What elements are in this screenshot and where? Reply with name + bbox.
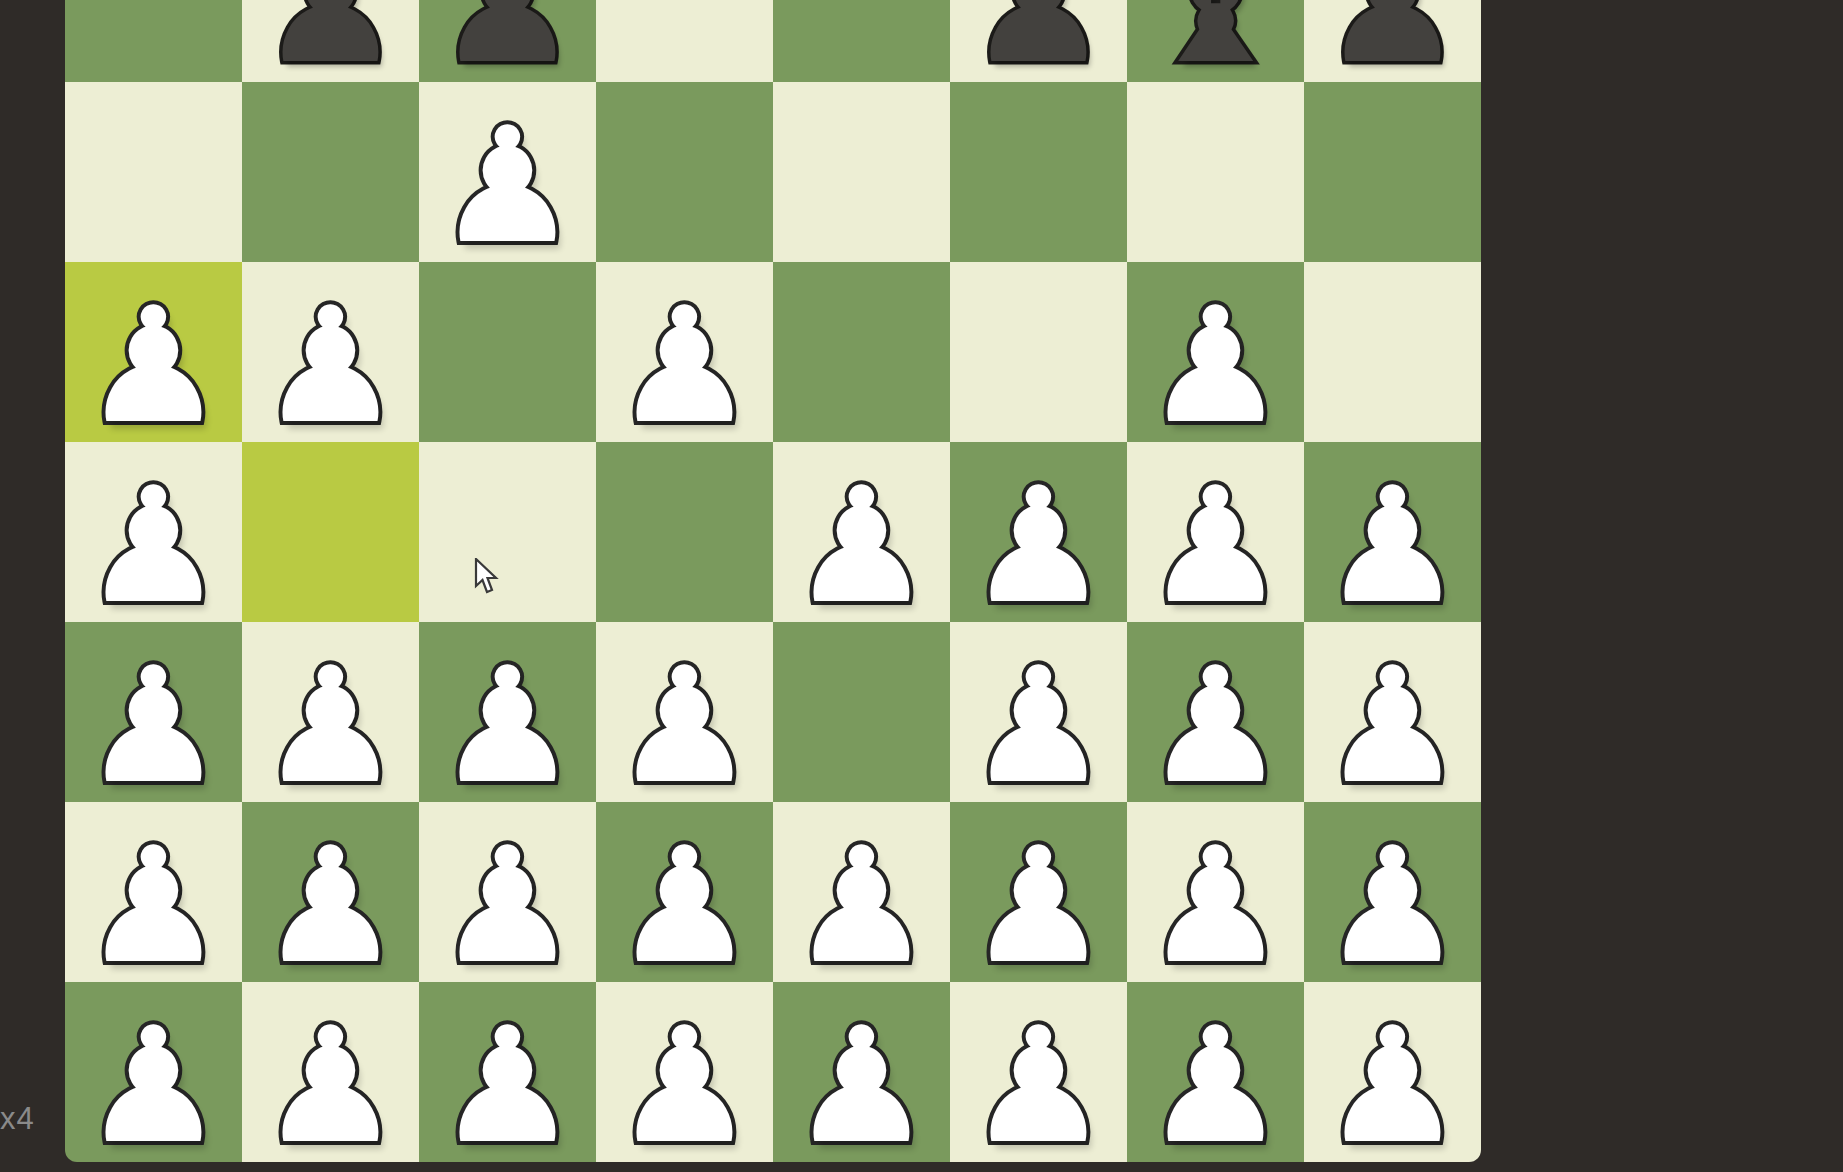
square-b4[interactable] (242, 442, 419, 622)
square-d3[interactable]: ♟ (596, 622, 773, 802)
white-pawn[interactable]: ♟ (613, 826, 756, 986)
white-pawn[interactable]: ♟ (82, 1006, 225, 1162)
white-pawn[interactable]: ♟ (259, 1006, 402, 1162)
square-f7[interactable]: ♟ (950, 0, 1127, 82)
white-pawn[interactable]: ♟ (436, 1006, 579, 1162)
square-g2[interactable]: ♟ (1127, 802, 1304, 982)
black-bishop[interactable]: ♝ (1144, 0, 1287, 86)
square-h2[interactable]: ♟ (1304, 802, 1481, 982)
white-pawn[interactable]: ♟ (613, 1006, 756, 1162)
app-background: ♟♟♟♝♟♟♟♟♟♟♟♟♟♟♟♟♟♟♟♟♟♟♟♟♟♟♟♟♟♟♟♟♟♟♟♟♟♟ x… (0, 0, 1843, 1172)
square-d4[interactable] (596, 442, 773, 622)
white-pawn[interactable]: ♟ (613, 286, 756, 446)
square-b5[interactable]: ♟ (242, 262, 419, 442)
square-f6[interactable] (950, 82, 1127, 262)
square-e7[interactable] (773, 0, 950, 82)
square-f1[interactable]: ♟ (950, 982, 1127, 1162)
white-pawn[interactable]: ♟ (967, 466, 1110, 626)
square-d2[interactable]: ♟ (596, 802, 773, 982)
square-b2[interactable]: ♟ (242, 802, 419, 982)
white-pawn[interactable]: ♟ (967, 826, 1110, 986)
white-pawn[interactable]: ♟ (967, 646, 1110, 806)
black-pawn[interactable]: ♟ (259, 0, 402, 86)
white-pawn[interactable]: ♟ (436, 826, 579, 986)
white-pawn[interactable]: ♟ (259, 826, 402, 986)
square-h7[interactable]: ♟ (1304, 0, 1481, 82)
square-f5[interactable] (950, 262, 1127, 442)
captured-count-label: x4 (0, 1101, 35, 1137)
white-pawn[interactable]: ♟ (82, 286, 225, 446)
square-h3[interactable]: ♟ (1304, 622, 1481, 802)
square-f2[interactable]: ♟ (950, 802, 1127, 982)
white-pawn[interactable]: ♟ (1144, 286, 1287, 446)
square-g7[interactable]: ♝ (1127, 0, 1304, 82)
square-e1[interactable]: ♟ (773, 982, 950, 1162)
square-e6[interactable] (773, 82, 950, 262)
square-a1[interactable]: ♟ (65, 982, 242, 1162)
white-pawn[interactable]: ♟ (1144, 826, 1287, 986)
black-pawn[interactable]: ♟ (436, 0, 579, 86)
white-pawn[interactable]: ♟ (436, 646, 579, 806)
square-h5[interactable] (1304, 262, 1481, 442)
square-h6[interactable] (1304, 82, 1481, 262)
square-g6[interactable] (1127, 82, 1304, 262)
square-a6[interactable] (65, 82, 242, 262)
square-c7[interactable]: ♟ (419, 0, 596, 82)
white-pawn[interactable]: ♟ (1144, 1006, 1287, 1162)
square-e2[interactable]: ♟ (773, 802, 950, 982)
square-g1[interactable]: ♟ (1127, 982, 1304, 1162)
square-g4[interactable]: ♟ (1127, 442, 1304, 622)
square-d6[interactable] (596, 82, 773, 262)
white-pawn[interactable]: ♟ (1144, 646, 1287, 806)
white-pawn[interactable]: ♟ (259, 646, 402, 806)
square-a7[interactable] (65, 0, 242, 82)
square-b3[interactable]: ♟ (242, 622, 419, 802)
square-c5[interactable] (419, 262, 596, 442)
white-pawn[interactable]: ♟ (82, 826, 225, 986)
square-h4[interactable]: ♟ (1304, 442, 1481, 622)
square-f4[interactable]: ♟ (950, 442, 1127, 622)
white-pawn[interactable]: ♟ (1321, 1006, 1464, 1162)
square-e3[interactable] (773, 622, 950, 802)
white-pawn[interactable]: ♟ (1321, 466, 1464, 626)
white-pawn[interactable]: ♟ (259, 286, 402, 446)
square-a3[interactable]: ♟ (65, 622, 242, 802)
square-f3[interactable]: ♟ (950, 622, 1127, 802)
square-d1[interactable]: ♟ (596, 982, 773, 1162)
white-pawn[interactable]: ♟ (790, 1006, 933, 1162)
square-b7[interactable]: ♟ (242, 0, 419, 82)
white-pawn[interactable]: ♟ (790, 466, 933, 626)
square-a4[interactable]: ♟ (65, 442, 242, 622)
square-b6[interactable] (242, 82, 419, 262)
square-d7[interactable] (596, 0, 773, 82)
square-c4[interactable] (419, 442, 596, 622)
square-b1[interactable]: ♟ (242, 982, 419, 1162)
white-pawn[interactable]: ♟ (1321, 826, 1464, 986)
white-pawn[interactable]: ♟ (1321, 646, 1464, 806)
white-pawn[interactable]: ♟ (82, 646, 225, 806)
square-c3[interactable]: ♟ (419, 622, 596, 802)
white-pawn[interactable]: ♟ (613, 646, 756, 806)
square-h1[interactable]: ♟ (1304, 982, 1481, 1162)
black-pawn[interactable]: ♟ (1321, 0, 1464, 86)
square-c2[interactable]: ♟ (419, 802, 596, 982)
square-a2[interactable]: ♟ (65, 802, 242, 982)
white-pawn[interactable]: ♟ (436, 106, 579, 266)
square-a5[interactable]: ♟ (65, 262, 242, 442)
square-d5[interactable]: ♟ (596, 262, 773, 442)
white-pawn[interactable]: ♟ (1144, 466, 1287, 626)
square-e4[interactable]: ♟ (773, 442, 950, 622)
white-pawn[interactable]: ♟ (790, 826, 933, 986)
square-c1[interactable]: ♟ (419, 982, 596, 1162)
square-g3[interactable]: ♟ (1127, 622, 1304, 802)
square-e5[interactable] (773, 262, 950, 442)
chess-board[interactable]: ♟♟♟♝♟♟♟♟♟♟♟♟♟♟♟♟♟♟♟♟♟♟♟♟♟♟♟♟♟♟♟♟♟♟♟♟♟♟ (65, 0, 1481, 1162)
white-pawn[interactable]: ♟ (82, 466, 225, 626)
black-pawn[interactable]: ♟ (967, 0, 1110, 86)
white-pawn[interactable]: ♟ (967, 1006, 1110, 1162)
square-c6[interactable]: ♟ (419, 82, 596, 262)
square-g5[interactable]: ♟ (1127, 262, 1304, 442)
